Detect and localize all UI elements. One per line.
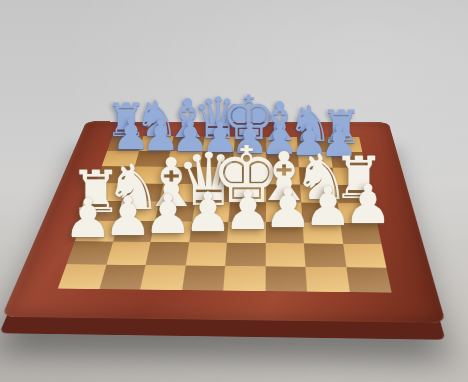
board-square xyxy=(75,220,119,241)
board-square xyxy=(197,167,232,184)
board-square xyxy=(328,137,362,152)
board-square xyxy=(265,266,307,292)
board-square xyxy=(96,166,135,183)
board-square xyxy=(182,265,226,290)
board-square xyxy=(229,202,266,222)
board-square xyxy=(129,166,167,183)
board-square xyxy=(119,201,160,221)
board-square xyxy=(82,201,124,221)
board-square xyxy=(189,221,229,242)
board-square xyxy=(346,267,392,293)
board-square xyxy=(265,222,304,244)
board-square xyxy=(300,184,337,202)
board-square xyxy=(223,266,265,291)
board-square xyxy=(99,264,146,289)
board-square xyxy=(266,184,302,202)
board-square xyxy=(343,244,387,268)
board-square xyxy=(337,203,377,223)
board-square xyxy=(230,184,266,202)
board-square xyxy=(202,136,235,151)
board-square xyxy=(266,167,300,184)
board-squares-grid xyxy=(58,136,392,292)
board-square xyxy=(225,243,265,266)
board-square xyxy=(163,167,199,184)
board-square xyxy=(113,221,156,242)
board-square xyxy=(124,183,163,201)
board-square xyxy=(155,201,195,221)
board-square xyxy=(140,265,185,290)
board-square xyxy=(297,137,330,152)
board-square xyxy=(301,203,340,223)
board-square xyxy=(159,183,197,201)
board-square xyxy=(134,151,170,167)
board-square xyxy=(106,242,151,265)
board-square xyxy=(332,168,369,185)
board-square xyxy=(200,151,234,167)
board-square xyxy=(304,243,346,266)
board-square xyxy=(265,243,305,266)
board-square xyxy=(305,266,349,292)
board-square xyxy=(340,222,382,244)
board-square xyxy=(234,137,266,152)
board-square xyxy=(299,167,335,184)
board-square xyxy=(265,202,302,222)
board-square xyxy=(298,152,332,168)
board-square xyxy=(231,167,265,184)
board-square xyxy=(266,137,298,152)
board-square xyxy=(302,222,342,244)
board-square xyxy=(185,242,227,265)
board-square xyxy=(102,151,139,167)
board-square xyxy=(192,202,230,222)
board-square xyxy=(107,136,143,151)
board-square xyxy=(151,221,192,242)
board-square xyxy=(146,242,189,265)
photo-background: ♜♞♝♛♚♝♞♜♟♟♟♟♟♟♟♟♜♞♝♛♚♝♞♜♟♟♟♟♟♟♟♟ xyxy=(0,0,468,382)
board-square xyxy=(167,151,202,167)
board-square xyxy=(266,151,299,167)
board-square xyxy=(227,222,266,244)
board-square xyxy=(330,152,366,168)
board-square xyxy=(139,136,174,151)
board-square xyxy=(170,136,204,151)
board-square xyxy=(89,183,129,201)
board-square xyxy=(195,184,232,202)
chess-board xyxy=(2,121,446,323)
board-square xyxy=(335,185,373,204)
board-square xyxy=(67,241,113,264)
board-square xyxy=(233,151,266,167)
